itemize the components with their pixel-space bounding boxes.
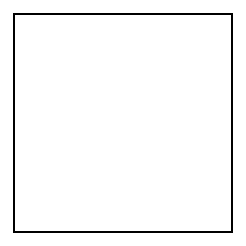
- rank-label: [233, 177, 246, 204]
- rank-label: [0, 123, 13, 150]
- rank-label: [0, 15, 13, 42]
- file-label: [15, 0, 42, 13]
- rank-label: [233, 15, 246, 42]
- rank-label: [233, 42, 246, 69]
- rank-label: [0, 42, 13, 69]
- chess-diagram: [0, 0, 246, 246]
- file-label: [177, 0, 204, 13]
- rank-label: [233, 150, 246, 177]
- file-label: [204, 233, 231, 246]
- file-label: [42, 0, 69, 13]
- file-label: [69, 0, 96, 13]
- file-label: [123, 233, 150, 246]
- file-labels-top: [15, 0, 231, 13]
- file-label: [150, 233, 177, 246]
- rank-labels-right: [233, 15, 246, 231]
- file-label: [42, 233, 69, 246]
- rank-labels-left: [0, 15, 13, 231]
- rank-label: [233, 69, 246, 96]
- file-label: [177, 233, 204, 246]
- rank-label: [233, 204, 246, 231]
- rank-label: [233, 123, 246, 150]
- file-label: [96, 233, 123, 246]
- file-label: [96, 0, 123, 13]
- rank-label: [0, 96, 13, 123]
- file-label: [204, 0, 231, 13]
- file-label: [15, 233, 42, 246]
- file-labels-bottom: [15, 233, 231, 246]
- rank-label: [233, 96, 246, 123]
- rank-label: [0, 69, 13, 96]
- file-label: [123, 0, 150, 13]
- rank-label: [0, 177, 13, 204]
- rank-label: [0, 204, 13, 231]
- file-label: [150, 0, 177, 13]
- file-label: [69, 233, 96, 246]
- rank-label: [0, 150, 13, 177]
- chess-board: [13, 13, 233, 233]
